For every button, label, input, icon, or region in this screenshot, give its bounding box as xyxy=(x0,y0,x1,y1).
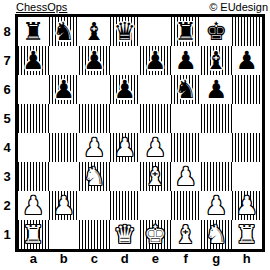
piece-black-pawn-c7: ♟ xyxy=(83,46,105,75)
piece-white-pawn-b2: ♟ xyxy=(53,191,75,220)
square-b4 xyxy=(49,133,80,162)
square-f5 xyxy=(171,104,202,133)
piece-white-bishop-f1: ♝ xyxy=(175,220,197,249)
square-g1: ♞ xyxy=(201,220,232,249)
file-label-c: c xyxy=(79,251,110,266)
square-f3: ♟ xyxy=(171,162,202,191)
square-h7: ♟ xyxy=(232,46,263,75)
file-label-f: f xyxy=(171,251,202,266)
file-label-b: b xyxy=(49,251,80,266)
square-b3 xyxy=(49,162,80,191)
square-a4 xyxy=(18,133,49,162)
piece-white-pawn-c4: ♟ xyxy=(83,133,105,162)
square-c5 xyxy=(79,104,110,133)
square-e3: ♝ xyxy=(140,162,171,191)
piece-black-pawn-f7: ♟ xyxy=(175,46,197,75)
square-c1 xyxy=(79,220,110,249)
piece-black-pawn-d6: ♟ xyxy=(114,75,136,104)
square-e2 xyxy=(140,191,171,220)
square-f8: ♜ xyxy=(171,17,202,46)
square-b7 xyxy=(49,46,80,75)
piece-white-pawn-f3: ♟ xyxy=(175,162,197,191)
square-b2: ♟ xyxy=(49,191,80,220)
piece-white-knight-g1: ♞ xyxy=(205,220,227,249)
piece-black-rook-a8: ♜ xyxy=(22,17,44,46)
piece-white-pawn-e4: ♟ xyxy=(144,133,166,162)
square-b1 xyxy=(49,220,80,249)
piece-black-pawn-g6: ♟ xyxy=(205,75,227,104)
square-e7: ♟ xyxy=(140,46,171,75)
piece-black-knight-b8: ♞ xyxy=(53,17,75,46)
square-g7: ♝ xyxy=(201,46,232,75)
square-a1: ♜ xyxy=(18,220,49,249)
square-a6 xyxy=(18,75,49,104)
square-d4: ♟ xyxy=(110,133,141,162)
square-e1: ♚ xyxy=(140,220,171,249)
piece-black-king-g8: ♚ xyxy=(205,17,227,46)
credit-text: © EUdesign xyxy=(209,1,268,13)
square-b5 xyxy=(49,104,80,133)
piece-white-rook-h1: ♜ xyxy=(236,220,258,249)
square-f2 xyxy=(171,191,202,220)
square-f4 xyxy=(171,133,202,162)
piece-black-bishop-c8: ♝ xyxy=(83,17,105,46)
rank-label-2: 2 xyxy=(0,191,14,220)
app-title: ChessOps xyxy=(16,1,67,13)
square-e6 xyxy=(140,75,171,104)
rank-label-4: 4 xyxy=(0,133,14,162)
square-h1: ♜ xyxy=(232,220,263,249)
square-c2 xyxy=(79,191,110,220)
square-e4: ♟ xyxy=(140,133,171,162)
file-label-a: a xyxy=(18,251,49,266)
square-h4 xyxy=(232,133,263,162)
rank-label-8: 8 xyxy=(0,17,14,46)
square-e8 xyxy=(140,17,171,46)
piece-black-pawn-b6: ♟ xyxy=(53,75,75,104)
square-b6: ♟ xyxy=(49,75,80,104)
rank-label-5: 5 xyxy=(0,104,14,133)
square-g3 xyxy=(201,162,232,191)
square-a3 xyxy=(18,162,49,191)
rank-label-7: 7 xyxy=(0,46,14,75)
square-f6: ♞ xyxy=(171,75,202,104)
square-h3 xyxy=(232,162,263,191)
piece-black-bishop-g7: ♝ xyxy=(205,46,227,75)
piece-white-knight-c3: ♞ xyxy=(83,162,105,191)
rank-label-6: 6 xyxy=(0,75,14,104)
square-f1: ♝ xyxy=(171,220,202,249)
square-f7: ♟ xyxy=(171,46,202,75)
square-c6 xyxy=(79,75,110,104)
piece-white-pawn-g2: ♟ xyxy=(205,191,227,220)
rank-label-1: 1 xyxy=(0,220,14,249)
square-d2 xyxy=(110,191,141,220)
file-label-d: d xyxy=(110,251,141,266)
chess-board: ♜♞♝♛♜♚♟♟♟♟♝♟♟♟♞♟♟♟♟♞♝♟♟♟♟♟♜♛♚♝♞♜ xyxy=(15,14,265,252)
piece-black-pawn-e7: ♟ xyxy=(144,46,166,75)
piece-black-rook-f8: ♜ xyxy=(175,17,197,46)
square-h2: ♟ xyxy=(232,191,263,220)
square-g6: ♟ xyxy=(201,75,232,104)
square-g2: ♟ xyxy=(201,191,232,220)
piece-white-rook-a1: ♜ xyxy=(22,220,44,249)
square-c4: ♟ xyxy=(79,133,110,162)
square-d6: ♟ xyxy=(110,75,141,104)
piece-white-king-e1: ♚ xyxy=(144,220,166,249)
square-g4 xyxy=(201,133,232,162)
square-d7 xyxy=(110,46,141,75)
square-g8: ♚ xyxy=(201,17,232,46)
piece-black-pawn-a7: ♟ xyxy=(22,46,44,75)
piece-white-pawn-a2: ♟ xyxy=(22,191,44,220)
square-a8: ♜ xyxy=(18,17,49,46)
square-e5 xyxy=(140,104,171,133)
square-d8: ♛ xyxy=(110,17,141,46)
square-b8: ♞ xyxy=(49,17,80,46)
square-h6 xyxy=(232,75,263,104)
square-c3: ♞ xyxy=(79,162,110,191)
file-label-g: g xyxy=(201,251,232,266)
file-label-h: h xyxy=(232,251,263,266)
square-d5 xyxy=(110,104,141,133)
rank-labels: 87654321 xyxy=(0,17,14,249)
square-c7: ♟ xyxy=(79,46,110,75)
piece-black-knight-f6: ♞ xyxy=(175,75,197,104)
square-a2: ♟ xyxy=(18,191,49,220)
piece-white-pawn-h2: ♟ xyxy=(236,191,258,220)
piece-black-queen-d8: ♛ xyxy=(114,17,136,46)
square-h5 xyxy=(232,104,263,133)
file-labels: abcdefgh xyxy=(18,251,262,266)
piece-white-pawn-d4: ♟ xyxy=(114,133,136,162)
piece-black-pawn-h7: ♟ xyxy=(236,46,258,75)
file-label-e: e xyxy=(140,251,171,266)
rank-label-3: 3 xyxy=(0,162,14,191)
square-a5 xyxy=(18,104,49,133)
square-d3 xyxy=(110,162,141,191)
square-h8 xyxy=(232,17,263,46)
square-a7: ♟ xyxy=(18,46,49,75)
square-g5 xyxy=(201,104,232,133)
piece-white-bishop-e3: ♝ xyxy=(144,162,166,191)
square-d1: ♛ xyxy=(110,220,141,249)
square-c8: ♝ xyxy=(79,17,110,46)
piece-white-queen-d1: ♛ xyxy=(114,220,136,249)
